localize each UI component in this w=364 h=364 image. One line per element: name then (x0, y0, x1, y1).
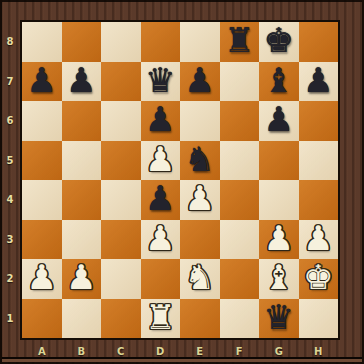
file-label-g: G (259, 341, 299, 361)
square-h8[interactable] (299, 22, 339, 62)
square-c2[interactable] (101, 259, 141, 299)
square-a2[interactable]: ♟ (22, 259, 62, 299)
chess-app: 87654321 ABCDEFGH ♜♚♟♟♛♟♝♟♟♟♟♞♟♟♟♟♟♟♟♞♝♚… (0, 0, 364, 364)
square-f4[interactable] (220, 180, 260, 220)
square-c8[interactable] (101, 22, 141, 62)
rank-label-3: 3 (0, 220, 20, 260)
square-d7[interactable]: ♛ (141, 62, 181, 102)
square-b5[interactable] (62, 141, 102, 181)
square-d4[interactable]: ♟ (141, 180, 181, 220)
black-knight[interactable]: ♞ (185, 140, 215, 180)
black-pawn[interactable]: ♟ (66, 61, 96, 101)
square-f6[interactable] (220, 101, 260, 141)
rank-label-5: 5 (0, 141, 20, 181)
square-e7[interactable]: ♟ (180, 62, 220, 102)
square-b3[interactable] (62, 220, 102, 260)
white-king[interactable]: ♚ (303, 258, 333, 298)
square-b8[interactable] (62, 22, 102, 62)
white-pawn[interactable]: ♟ (66, 258, 96, 298)
square-b1[interactable] (62, 299, 102, 339)
square-b2[interactable]: ♟ (62, 259, 102, 299)
square-f5[interactable] (220, 141, 260, 181)
square-e8[interactable] (180, 22, 220, 62)
square-c7[interactable] (101, 62, 141, 102)
square-a3[interactable] (22, 220, 62, 260)
square-b4[interactable] (62, 180, 102, 220)
square-g4[interactable] (259, 180, 299, 220)
black-queen[interactable]: ♛ (145, 61, 175, 101)
square-a5[interactable] (22, 141, 62, 181)
rank-label-8: 8 (0, 22, 20, 62)
chess-board: ♜♚♟♟♛♟♝♟♟♟♟♞♟♟♟♟♟♟♟♞♝♚♜♛ (20, 20, 340, 340)
white-bishop[interactable]: ♝ (264, 258, 294, 298)
square-c6[interactable] (101, 101, 141, 141)
square-e2[interactable]: ♞ (180, 259, 220, 299)
square-a7[interactable]: ♟ (22, 62, 62, 102)
square-c5[interactable] (101, 141, 141, 181)
square-a4[interactable] (22, 180, 62, 220)
square-h2[interactable]: ♚ (299, 259, 339, 299)
square-g6[interactable]: ♟ (259, 101, 299, 141)
square-d6[interactable]: ♟ (141, 101, 181, 141)
white-pawn[interactable]: ♟ (264, 219, 294, 259)
file-labels: ABCDEFGH (22, 341, 338, 361)
square-f7[interactable] (220, 62, 260, 102)
square-a1[interactable] (22, 299, 62, 339)
rank-label-4: 4 (0, 180, 20, 220)
square-h1[interactable] (299, 299, 339, 339)
black-pawn[interactable]: ♟ (145, 179, 175, 219)
square-h7[interactable]: ♟ (299, 62, 339, 102)
square-f3[interactable] (220, 220, 260, 260)
black-pawn[interactable]: ♟ (264, 100, 294, 140)
black-pawn[interactable]: ♟ (185, 61, 215, 101)
file-label-f: F (220, 341, 260, 361)
square-b7[interactable]: ♟ (62, 62, 102, 102)
white-pawn[interactable]: ♟ (145, 140, 175, 180)
square-c3[interactable] (101, 220, 141, 260)
white-pawn[interactable]: ♟ (185, 179, 215, 219)
square-b6[interactable] (62, 101, 102, 141)
square-e3[interactable] (180, 220, 220, 260)
white-pawn[interactable]: ♟ (145, 219, 175, 259)
square-e1[interactable] (180, 299, 220, 339)
black-queen[interactable]: ♛ (264, 298, 294, 338)
square-e4[interactable]: ♟ (180, 180, 220, 220)
square-c1[interactable] (101, 299, 141, 339)
square-h6[interactable] (299, 101, 339, 141)
square-f2[interactable] (220, 259, 260, 299)
file-label-b: B (62, 341, 102, 361)
file-label-d: D (141, 341, 181, 361)
square-a8[interactable] (22, 22, 62, 62)
square-c4[interactable] (101, 180, 141, 220)
white-knight[interactable]: ♞ (185, 258, 215, 298)
black-pawn[interactable]: ♟ (303, 61, 333, 101)
white-rook[interactable]: ♜ (145, 298, 175, 338)
square-d2[interactable] (141, 259, 181, 299)
square-e6[interactable] (180, 101, 220, 141)
square-g5[interactable] (259, 141, 299, 181)
square-d5[interactable]: ♟ (141, 141, 181, 181)
square-e5[interactable]: ♞ (180, 141, 220, 181)
square-f8[interactable]: ♜ (220, 22, 260, 62)
square-h3[interactable]: ♟ (299, 220, 339, 260)
square-d8[interactable] (141, 22, 181, 62)
white-pawn[interactable]: ♟ (303, 219, 333, 259)
square-g8[interactable]: ♚ (259, 22, 299, 62)
square-g2[interactable]: ♝ (259, 259, 299, 299)
square-h5[interactable] (299, 141, 339, 181)
square-d1[interactable]: ♜ (141, 299, 181, 339)
square-g1[interactable]: ♛ (259, 299, 299, 339)
file-label-h: H (299, 341, 339, 361)
rank-label-1: 1 (0, 299, 20, 339)
square-g7[interactable]: ♝ (259, 62, 299, 102)
black-pawn[interactable]: ♟ (145, 100, 175, 140)
black-pawn[interactable]: ♟ (27, 61, 57, 101)
rank-label-6: 6 (0, 101, 20, 141)
square-f1[interactable] (220, 299, 260, 339)
file-label-c: C (101, 341, 141, 361)
file-label-e: E (180, 341, 220, 361)
rank-labels: 87654321 (0, 22, 20, 338)
black-king[interactable]: ♚ (264, 21, 294, 61)
square-d3[interactable]: ♟ (141, 220, 181, 260)
black-bishop[interactable]: ♝ (264, 61, 294, 101)
square-a6[interactable] (22, 101, 62, 141)
black-rook[interactable]: ♜ (224, 21, 254, 61)
rank-label-2: 2 (0, 259, 20, 299)
square-h4[interactable] (299, 180, 339, 220)
rank-label-7: 7 (0, 62, 20, 102)
white-pawn[interactable]: ♟ (27, 258, 57, 298)
square-g3[interactable]: ♟ (259, 220, 299, 260)
file-label-a: A (22, 341, 62, 361)
